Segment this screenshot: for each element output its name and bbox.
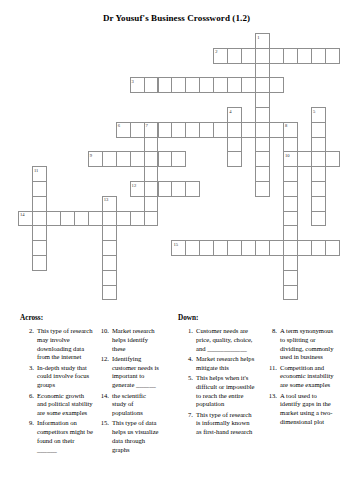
grid-cell[interactable] xyxy=(213,122,228,138)
grid-cell[interactable] xyxy=(199,77,214,93)
grid-cell[interactable] xyxy=(102,255,117,271)
grid-cell[interactable] xyxy=(255,240,270,256)
grid-cell[interactable] xyxy=(102,270,117,286)
cell-number: 3 xyxy=(132,79,134,84)
clue-number: 12. xyxy=(99,355,109,390)
clue: 7.This type of research is informally kn… xyxy=(183,411,256,437)
grid-cell[interactable] xyxy=(130,211,145,227)
cell-number: 12 xyxy=(132,183,137,188)
grid-cell[interactable]: 13 xyxy=(102,196,117,212)
clue: 8.A term synonymous to splitting or divi… xyxy=(267,327,336,362)
clue: 3.In-depth study that could involve focu… xyxy=(24,364,95,390)
grid-cell[interactable] xyxy=(311,122,326,138)
grid-cell[interactable] xyxy=(255,166,270,182)
grid-cell[interactable]: 10 xyxy=(283,151,298,167)
clue-number: 2. xyxy=(24,327,34,362)
grid-cell[interactable]: 5 xyxy=(311,107,326,123)
grid-cell[interactable] xyxy=(283,270,298,286)
grid-cell[interactable] xyxy=(311,240,326,256)
cell-number: 7 xyxy=(146,123,148,128)
grid-cell[interactable]: 4 xyxy=(227,107,242,123)
clue-number: 6. xyxy=(24,392,34,418)
grid-cell[interactable]: 15 xyxy=(171,240,186,256)
grid-cell[interactable] xyxy=(241,240,256,256)
across-header: Across: xyxy=(20,314,43,322)
cell-number: 14 xyxy=(20,212,25,217)
clue-number: 10. xyxy=(99,327,109,353)
grid-cell[interactable] xyxy=(213,77,228,93)
clue-text: In-depth study that could involve focus … xyxy=(37,364,95,390)
grid-cell[interactable] xyxy=(255,122,270,138)
grid-cell[interactable] xyxy=(227,48,242,64)
down-clues-column-1: 1.Customer needs are price, quality, cho… xyxy=(183,327,256,439)
grid-cell[interactable] xyxy=(144,151,159,167)
grid-cell[interactable] xyxy=(213,240,228,256)
clue-text: A term synonymous to splitting or dividi… xyxy=(280,327,336,362)
grid-cell[interactable] xyxy=(283,196,298,212)
grid-cell[interactable] xyxy=(255,137,270,153)
clue-text: This helps when it's difficult or imposs… xyxy=(196,374,256,409)
grid-cell[interactable] xyxy=(171,151,186,167)
grid-cell[interactable]: 3 xyxy=(130,77,145,93)
grid-cell[interactable] xyxy=(255,181,270,197)
grid-cell[interactable] xyxy=(144,77,159,93)
grid-cell[interactable]: 14 xyxy=(18,211,33,227)
grid-cell[interactable] xyxy=(269,48,284,64)
clue: 12.Identifying customer needs is importa… xyxy=(99,355,161,390)
grid-cell[interactable]: 6 xyxy=(116,122,131,138)
grid-cell[interactable] xyxy=(297,151,312,167)
grid-cell[interactable] xyxy=(32,240,47,256)
grid-cell[interactable] xyxy=(255,63,270,79)
grid-cell[interactable] xyxy=(311,48,326,64)
cell-number: 11 xyxy=(34,168,38,173)
grid-cell[interactable] xyxy=(311,181,326,197)
across-clues-column-1: 2.This type of research may involve down… xyxy=(24,327,95,456)
grid-cell[interactable] xyxy=(325,151,340,167)
cell-number: 15 xyxy=(173,242,178,247)
grid-cell[interactable] xyxy=(241,122,256,138)
grid-cell[interactable]: 8 xyxy=(283,122,298,138)
across-clues-column-2: 10.Market research helps identify these1… xyxy=(99,327,161,456)
down-clues-column-2: 8.A term synonymous to splitting or divi… xyxy=(267,327,336,428)
grid-cell[interactable] xyxy=(283,166,298,182)
grid-cell[interactable] xyxy=(325,48,340,64)
clue-text: This type of research is informally know… xyxy=(196,411,256,437)
clue: 9.Information on competitors might be fo… xyxy=(24,419,95,454)
grid-cell[interactable] xyxy=(158,181,173,197)
grid-cell[interactable]: 7 xyxy=(144,122,159,138)
clue: 1.Customer needs are price, quality, cho… xyxy=(183,327,256,353)
clue-text: Market research helps identify these xyxy=(112,327,161,353)
grid-cell[interactable] xyxy=(158,77,173,93)
grid-cell[interactable] xyxy=(116,151,131,167)
clue: 6.Economic growth and political stabilit… xyxy=(24,392,95,418)
grid-cell[interactable] xyxy=(171,77,186,93)
grid-cell[interactable] xyxy=(283,211,298,227)
cell-number: 9 xyxy=(90,153,92,158)
clue: 13.A tool used to identify gaps in the m… xyxy=(267,392,336,427)
clue-number: 11. xyxy=(267,364,277,390)
grid-cell[interactable] xyxy=(102,151,117,167)
grid-cell[interactable] xyxy=(199,240,214,256)
grid-cell[interactable] xyxy=(185,181,200,197)
grid-cell[interactable] xyxy=(227,122,242,138)
grid-cell[interactable] xyxy=(227,240,242,256)
grid-cell[interactable] xyxy=(116,211,131,227)
grid-cell[interactable] xyxy=(311,196,326,212)
grid-cell[interactable] xyxy=(227,151,242,167)
grid-cell[interactable] xyxy=(32,255,47,271)
grid-cell[interactable] xyxy=(311,166,326,182)
grid-cell[interactable] xyxy=(158,151,173,167)
grid-cell[interactable] xyxy=(227,137,242,153)
grid-cell[interactable] xyxy=(130,122,145,138)
grid-cell[interactable] xyxy=(269,77,284,93)
grid-cell[interactable] xyxy=(32,196,47,212)
grid-cell[interactable] xyxy=(32,225,47,241)
clue-number: 7. xyxy=(183,411,193,437)
grid-cell[interactable] xyxy=(32,181,47,197)
clue-number: 4. xyxy=(183,355,193,373)
grid-cell[interactable] xyxy=(171,181,186,197)
clue-text: This type of research may involve downlo… xyxy=(37,327,95,362)
clue: 5.This helps when it's difficult or impo… xyxy=(183,374,256,409)
clue: 10.Market research helps identify these xyxy=(99,327,161,353)
grid-cell[interactable] xyxy=(227,77,242,93)
grid-cell[interactable] xyxy=(283,48,298,64)
clue-text: Customer needs are price, quality, choic… xyxy=(196,327,256,353)
grid-cell[interactable] xyxy=(144,166,159,182)
grid-cell[interactable] xyxy=(60,211,75,227)
grid-cell[interactable] xyxy=(158,122,173,138)
clue-text: Information on competitors might be foun… xyxy=(37,419,95,454)
grid-cell[interactable] xyxy=(144,196,159,212)
clue: 15.This type of data helps us visualize … xyxy=(99,419,161,454)
cell-number: 4 xyxy=(229,109,231,114)
grid-cell[interactable] xyxy=(32,211,47,227)
grid-cell[interactable]: 11 xyxy=(32,166,47,182)
grid-cell[interactable] xyxy=(185,240,200,256)
grid-cell[interactable] xyxy=(171,122,186,138)
grid-cell[interactable] xyxy=(241,77,256,93)
clue: 2.This type of research may involve down… xyxy=(24,327,95,362)
grid-cell[interactable] xyxy=(46,211,61,227)
clue-text: Market research helps mitigate this xyxy=(196,355,256,373)
grid-cell[interactable] xyxy=(269,122,284,138)
grid-cell[interactable] xyxy=(185,77,200,93)
grid-cell[interactable] xyxy=(255,151,270,167)
grid-cell[interactable] xyxy=(255,48,270,64)
clue: 4.Market research helps mitigate this xyxy=(183,355,256,373)
grid-cell[interactable] xyxy=(144,137,159,153)
grid-cell[interactable] xyxy=(283,240,298,256)
clue-number: 1. xyxy=(183,327,193,353)
grid-cell[interactable] xyxy=(255,107,270,123)
cell-number: 10 xyxy=(285,153,290,158)
cell-number: 2 xyxy=(215,49,217,54)
grid-cell[interactable] xyxy=(283,225,298,241)
cell-number: 1 xyxy=(257,35,259,40)
clue-text: This type of data helps us visualize dat… xyxy=(112,419,161,454)
cell-number: 8 xyxy=(285,123,287,128)
clue-number: 8. xyxy=(267,327,277,362)
grid-cell[interactable] xyxy=(102,240,117,256)
grid-cell[interactable] xyxy=(325,240,340,256)
clue-number: 9. xyxy=(24,419,34,454)
grid-cell[interactable] xyxy=(297,48,312,64)
grid-cell[interactable] xyxy=(241,48,256,64)
grid-cell[interactable] xyxy=(269,240,284,256)
clue: 14.the scientific study of populations xyxy=(99,392,161,418)
grid-cell[interactable] xyxy=(255,92,270,108)
cell-number: 13 xyxy=(104,197,109,202)
grid-cell[interactable] xyxy=(283,181,298,197)
grid-cell[interactable]: 12 xyxy=(130,181,145,197)
grid-cell[interactable] xyxy=(255,77,270,93)
grid-cell[interactable] xyxy=(74,211,89,227)
clue-number: 13. xyxy=(267,392,277,427)
grid-cell[interactable] xyxy=(102,225,117,241)
grid-cell[interactable] xyxy=(311,151,326,167)
grid-cell[interactable] xyxy=(144,211,159,227)
grid-cell[interactable]: 9 xyxy=(88,151,103,167)
grid-cell[interactable] xyxy=(88,211,103,227)
grid-cell[interactable]: 1 xyxy=(255,33,270,49)
grid-cell[interactable] xyxy=(185,122,200,138)
clue-text: the scientific study of populations xyxy=(112,392,161,418)
cell-number: 6 xyxy=(118,123,120,128)
grid-cell[interactable] xyxy=(130,151,145,167)
clue-number: 14. xyxy=(99,392,109,418)
grid-cell[interactable] xyxy=(144,181,159,197)
clue-number: 3. xyxy=(24,364,34,390)
grid-cell[interactable] xyxy=(283,255,298,271)
grid-cell[interactable] xyxy=(102,285,117,301)
grid-cell[interactable] xyxy=(311,137,326,153)
grid-cell[interactable] xyxy=(283,285,298,301)
clue-text: Economic growth and political stability … xyxy=(37,392,95,418)
clue-number: 5. xyxy=(183,374,193,409)
clue: 11.Competition and economic instability … xyxy=(267,364,336,390)
clue-text: Identifying customer needs is important … xyxy=(112,355,161,390)
crossword-page: Dr Yousuf's Business Crossword (1.2) 123… xyxy=(0,0,353,500)
down-header: Down: xyxy=(178,314,198,322)
grid-cell[interactable] xyxy=(297,240,312,256)
cell-number: 5 xyxy=(313,109,315,114)
grid-cell[interactable] xyxy=(283,137,298,153)
grid-cell[interactable]: 2 xyxy=(213,48,228,64)
grid-cell[interactable] xyxy=(102,211,117,227)
clue-text: Competition and economic instability are… xyxy=(280,364,336,390)
grid-cell[interactable] xyxy=(199,122,214,138)
clue-number: 15. xyxy=(99,419,109,454)
clue-text: A tool used to identify gaps in the mark… xyxy=(280,392,336,427)
grid-cell[interactable] xyxy=(311,211,326,227)
